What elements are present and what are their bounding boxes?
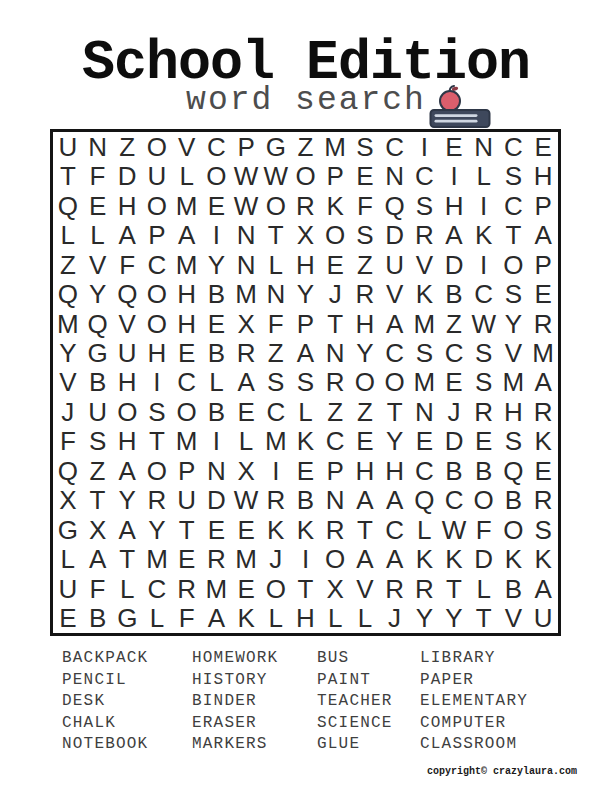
grid-cell[interactable]: L: [291, 397, 321, 426]
grid-cell[interactable]: E: [172, 545, 202, 574]
grid-cell[interactable]: S: [291, 368, 321, 397]
grid-cell[interactable]: G: [112, 604, 142, 633]
grid-cell[interactable]: C: [499, 132, 529, 161]
grid-cell[interactable]: C: [409, 456, 439, 485]
grid-cell[interactable]: K: [528, 427, 558, 456]
grid-cell[interactable]: S: [142, 397, 172, 426]
grid-cell[interactable]: E: [439, 132, 469, 161]
grid-cell[interactable]: Y: [112, 486, 142, 515]
grid-cell[interactable]: K: [469, 220, 499, 249]
grid-cell[interactable]: B: [83, 368, 113, 397]
grid-cell[interactable]: X: [231, 456, 261, 485]
grid-cell[interactable]: K: [231, 604, 261, 633]
grid-cell[interactable]: E: [409, 427, 439, 456]
grid-cell[interactable]: Z: [53, 250, 83, 279]
grid-cell[interactable]: K: [261, 515, 291, 544]
copyright-text: copyright© crazylaura.com: [427, 766, 577, 777]
grid-cell[interactable]: S: [469, 368, 499, 397]
word-list-item: SCIENCE: [317, 713, 420, 735]
grid-cell[interactable]: Y: [439, 604, 469, 633]
word-list-item: MARKERS: [192, 734, 317, 756]
grid-cell[interactable]: L: [83, 220, 113, 249]
grid-cell[interactable]: A: [380, 486, 410, 515]
grid-cell[interactable]: A: [202, 604, 232, 633]
grid-cell[interactable]: N: [231, 250, 261, 279]
grid-cell[interactable]: Z: [350, 250, 380, 279]
grid-cell[interactable]: O: [142, 456, 172, 485]
grid-cell[interactable]: O: [320, 220, 350, 249]
grid-cell[interactable]: I: [291, 545, 321, 574]
grid-cell[interactable]: F: [112, 250, 142, 279]
grid-cell[interactable]: V: [83, 250, 113, 279]
grid-cell[interactable]: B: [202, 338, 232, 367]
grid-cell[interactable]: T: [142, 427, 172, 456]
grid-cell[interactable]: L: [409, 515, 439, 544]
grid-cell[interactable]: T: [291, 574, 321, 603]
grid-cell[interactable]: P: [291, 309, 321, 338]
grid-cell[interactable]: S: [499, 279, 529, 308]
grid-cell[interactable]: C: [439, 486, 469, 515]
grid-cell[interactable]: A: [380, 309, 410, 338]
grid-cell[interactable]: B: [291, 486, 321, 515]
grid-cell[interactable]: G: [261, 132, 291, 161]
grid-cell[interactable]: X: [53, 486, 83, 515]
grid-cell[interactable]: E: [528, 456, 558, 485]
grid-cell[interactable]: O: [142, 191, 172, 220]
grid-cell[interactable]: M: [409, 368, 439, 397]
grid-cell[interactable]: A: [439, 220, 469, 249]
grid-cell[interactable]: M: [409, 309, 439, 338]
grid-cell[interactable]: C: [261, 397, 291, 426]
grid-cell[interactable]: F: [469, 515, 499, 544]
grid-cell[interactable]: A: [112, 515, 142, 544]
grid-cell[interactable]: M: [172, 191, 202, 220]
word-list-item: DESK: [62, 691, 192, 713]
grid-cell[interactable]: M: [172, 427, 202, 456]
grid-cell[interactable]: E: [291, 456, 321, 485]
grid-cell[interactable]: D: [380, 220, 410, 249]
grid-cell[interactable]: U: [112, 338, 142, 367]
grid-cell[interactable]: S: [83, 427, 113, 456]
grid-cell[interactable]: O: [320, 545, 350, 574]
grid-cell[interactable]: L: [172, 161, 202, 190]
grid-cell[interactable]: T: [83, 486, 113, 515]
grid-cell[interactable]: C: [380, 132, 410, 161]
grid-cell[interactable]: V: [53, 368, 83, 397]
grid-cell[interactable]: F: [172, 604, 202, 633]
grid-cell[interactable]: V: [499, 338, 529, 367]
grid-cell[interactable]: Z: [112, 132, 142, 161]
word-list: BACKPACKPENCILDESKCHALKNOTEBOOKHOMEWORKH…: [62, 648, 562, 756]
grid-cell[interactable]: M: [231, 545, 261, 574]
grid-cell[interactable]: F: [350, 191, 380, 220]
grid-cell[interactable]: Q: [499, 456, 529, 485]
grid-cell[interactable]: P: [320, 161, 350, 190]
word-list-item: ERASER: [192, 713, 317, 735]
grid-cell[interactable]: X: [291, 220, 321, 249]
grid-cell[interactable]: N: [202, 456, 232, 485]
grid-cell[interactable]: A: [291, 338, 321, 367]
grid-cell[interactable]: D: [439, 427, 469, 456]
grid-cell[interactable]: N: [261, 279, 291, 308]
grid-cell[interactable]: A: [380, 545, 410, 574]
grid-cell[interactable]: I: [439, 161, 469, 190]
grid-cell[interactable]: M: [261, 427, 291, 456]
grid-cell[interactable]: R: [469, 397, 499, 426]
grid-cell[interactable]: U: [172, 486, 202, 515]
word-list-item: HOMEWORK: [192, 648, 317, 670]
grid-cell[interactable]: R: [350, 279, 380, 308]
grid-cell[interactable]: V: [172, 132, 202, 161]
grid-cell[interactable]: S: [499, 427, 529, 456]
grid-cell[interactable]: R: [142, 486, 172, 515]
grid-cell[interactable]: O: [172, 397, 202, 426]
grid-cell[interactable]: W: [231, 191, 261, 220]
grid-cell[interactable]: H: [112, 427, 142, 456]
grid-cell[interactable]: H: [350, 456, 380, 485]
grid-cell[interactable]: H: [142, 338, 172, 367]
grid-cell[interactable]: K: [409, 279, 439, 308]
grid-cell[interactable]: A: [231, 368, 261, 397]
grid-cell[interactable]: T: [350, 515, 380, 544]
grid-cell[interactable]: H: [380, 456, 410, 485]
grid-cell[interactable]: Q: [409, 486, 439, 515]
grid-cell[interactable]: G: [83, 338, 113, 367]
grid-cell[interactable]: H: [350, 309, 380, 338]
grid-cell[interactable]: E: [83, 191, 113, 220]
grid-cell[interactable]: O: [142, 132, 172, 161]
grid-cell[interactable]: P: [172, 456, 202, 485]
grid-cell[interactable]: R: [320, 515, 350, 544]
grid-cell[interactable]: A: [350, 545, 380, 574]
grid-cell[interactable]: H: [528, 161, 558, 190]
grid-cell[interactable]: X: [231, 309, 261, 338]
grid-cell[interactable]: T: [439, 574, 469, 603]
grid-cell[interactable]: L: [469, 161, 499, 190]
grid-cell[interactable]: O: [202, 161, 232, 190]
grid-cell[interactable]: Z: [350, 397, 380, 426]
grid-cell[interactable]: E: [528, 132, 558, 161]
grid-cell[interactable]: M: [528, 338, 558, 367]
grid-cell[interactable]: Z: [261, 338, 291, 367]
grid-cell[interactable]: V: [350, 574, 380, 603]
grid-cell[interactable]: N: [469, 132, 499, 161]
grid-cell[interactable]: T: [380, 397, 410, 426]
grid-cell[interactable]: E: [231, 515, 261, 544]
grid-cell[interactable]: Z: [439, 309, 469, 338]
grid-cell[interactable]: D: [112, 161, 142, 190]
grid-cell[interactable]: C: [499, 191, 529, 220]
grid-cell[interactable]: H: [439, 191, 469, 220]
grid-cell[interactable]: R: [291, 191, 321, 220]
grid-cell[interactable]: U: [528, 604, 558, 633]
grid-cell[interactable]: H: [112, 191, 142, 220]
grid-cell[interactable]: S: [499, 161, 529, 190]
grid-cell[interactable]: S: [528, 515, 558, 544]
grid-cell[interactable]: N: [231, 220, 261, 249]
grid-cell[interactable]: I: [142, 368, 172, 397]
grid-cell[interactable]: D: [202, 486, 232, 515]
grid-cell[interactable]: H: [291, 604, 321, 633]
grid-cell[interactable]: M: [172, 250, 202, 279]
grid-cell[interactable]: H: [112, 368, 142, 397]
grid-cell[interactable]: P: [528, 250, 558, 279]
grid-cell[interactable]: H: [172, 279, 202, 308]
grid-cell[interactable]: E: [350, 427, 380, 456]
grid-cell[interactable]: C: [172, 368, 202, 397]
grid-cell[interactable]: E: [439, 368, 469, 397]
grid-cell[interactable]: R: [528, 309, 558, 338]
grid-cell[interactable]: N: [380, 161, 410, 190]
grid-cell[interactable]: F: [53, 427, 83, 456]
grid-cell[interactable]: O: [350, 368, 380, 397]
grid-cell[interactable]: P: [231, 132, 261, 161]
grid-cell[interactable]: T: [53, 161, 83, 190]
grid-cell[interactable]: B: [83, 604, 113, 633]
grid-cell[interactable]: L: [261, 250, 291, 279]
grid-cell[interactable]: E: [320, 250, 350, 279]
grid-cell[interactable]: H: [172, 309, 202, 338]
grid-cell[interactable]: B: [439, 456, 469, 485]
grid-cell[interactable]: Y: [83, 279, 113, 308]
grid-cell[interactable]: O: [261, 574, 291, 603]
grid-cell[interactable]: O: [112, 397, 142, 426]
grid-cell[interactable]: E: [528, 279, 558, 308]
grid-cell[interactable]: R: [172, 574, 202, 603]
grid-cell[interactable]: E: [53, 604, 83, 633]
grid-cell[interactable]: B: [469, 456, 499, 485]
grid-cell[interactable]: T: [172, 515, 202, 544]
grid-cell[interactable]: W: [261, 161, 291, 190]
grid-cell[interactable]: W: [439, 515, 469, 544]
grid-cell[interactable]: I: [469, 191, 499, 220]
grid-cell[interactable]: E: [231, 574, 261, 603]
grid-cell[interactable]: D: [439, 250, 469, 279]
grid-cell[interactable]: K: [291, 515, 321, 544]
grid-cell[interactable]: K: [291, 427, 321, 456]
grid-cell[interactable]: C: [469, 279, 499, 308]
grid-cell[interactable]: Y: [499, 309, 529, 338]
grid-cell[interactable]: E: [202, 191, 232, 220]
grid-cell[interactable]: C: [439, 338, 469, 367]
grid-cell[interactable]: Y: [409, 604, 439, 633]
grid-cell[interactable]: U: [142, 161, 172, 190]
grid-cell[interactable]: R: [261, 486, 291, 515]
grid-cell[interactable]: I: [409, 132, 439, 161]
grid-cell[interactable]: J: [261, 545, 291, 574]
grid-cell[interactable]: H: [291, 250, 321, 279]
grid-cell[interactable]: N: [320, 338, 350, 367]
grid-cell[interactable]: O: [499, 515, 529, 544]
grid-cell[interactable]: A: [172, 220, 202, 249]
grid-cell[interactable]: N: [320, 486, 350, 515]
grid-cell[interactable]: Q: [112, 279, 142, 308]
grid-cell[interactable]: R: [528, 486, 558, 515]
grid-cell[interactable]: T: [320, 309, 350, 338]
grid-cell[interactable]: Y: [53, 338, 83, 367]
grid-cell[interactable]: T: [469, 604, 499, 633]
grid-cell[interactable]: O: [142, 309, 172, 338]
grid-cell[interactable]: Q: [53, 191, 83, 220]
grid-cell[interactable]: M: [53, 309, 83, 338]
grid-cell[interactable]: Z: [320, 397, 350, 426]
grid-cell[interactable]: U: [380, 250, 410, 279]
grid-cell[interactable]: P: [528, 191, 558, 220]
grid-cell[interactable]: Q: [53, 279, 83, 308]
grid-cell[interactable]: A: [528, 220, 558, 249]
grid-cell[interactable]: M: [142, 545, 172, 574]
grid-cell[interactable]: M: [231, 279, 261, 308]
grid-cell[interactable]: Q: [380, 191, 410, 220]
grid-cell[interactable]: J: [380, 604, 410, 633]
grid-cell[interactable]: Y: [350, 338, 380, 367]
grid-cell[interactable]: G: [53, 515, 83, 544]
grid-cell[interactable]: N: [83, 132, 113, 161]
grid-cell[interactable]: L: [112, 574, 142, 603]
grid-cell[interactable]: I: [202, 427, 232, 456]
grid-cell[interactable]: Y: [202, 250, 232, 279]
grid-cell[interactable]: W: [469, 309, 499, 338]
grid-cell[interactable]: A: [528, 574, 558, 603]
grid-cell[interactable]: L: [202, 368, 232, 397]
grid-cell[interactable]: E: [350, 161, 380, 190]
grid-cell[interactable]: M: [320, 132, 350, 161]
grid-cell[interactable]: E: [202, 309, 232, 338]
grid-cell[interactable]: B: [439, 279, 469, 308]
grid-cell[interactable]: R: [320, 368, 350, 397]
grid-cell[interactable]: R: [380, 574, 410, 603]
grid-cell[interactable]: C: [380, 515, 410, 544]
grid-cell[interactable]: A: [112, 456, 142, 485]
grid-cell[interactable]: I: [261, 456, 291, 485]
grid-cell[interactable]: I: [469, 250, 499, 279]
word-list-column: BUSPAINTTEACHERSCIENCEGLUE: [317, 648, 420, 756]
grid-cell[interactable]: Z: [291, 132, 321, 161]
grid-cell[interactable]: T: [261, 220, 291, 249]
grid-cell[interactable]: D: [469, 545, 499, 574]
grid-cell[interactable]: S: [350, 220, 380, 249]
grid-cell[interactable]: I: [202, 220, 232, 249]
grid-cell[interactable]: P: [320, 456, 350, 485]
grid-cell[interactable]: L: [320, 604, 350, 633]
grid-cell[interactable]: L: [261, 604, 291, 633]
grid-cell[interactable]: O: [291, 161, 321, 190]
grid-cell[interactable]: R: [409, 220, 439, 249]
grid-cell[interactable]: V: [499, 604, 529, 633]
grid-cell[interactable]: F: [83, 574, 113, 603]
grid-cell[interactable]: C: [409, 161, 439, 190]
grid-cell[interactable]: U: [53, 132, 83, 161]
grid-cell[interactable]: L: [469, 574, 499, 603]
grid-cell[interactable]: C: [142, 574, 172, 603]
grid-cell[interactable]: J: [320, 279, 350, 308]
grid-cell[interactable]: R: [202, 545, 232, 574]
grid-cell[interactable]: Q: [53, 456, 83, 485]
grid-cell[interactable]: C: [202, 132, 232, 161]
grid-cell[interactable]: V: [380, 279, 410, 308]
grid-cell[interactable]: T: [112, 545, 142, 574]
grid-cell[interactable]: S: [261, 368, 291, 397]
grid-cell[interactable]: K: [439, 545, 469, 574]
grid-cell[interactable]: M: [202, 574, 232, 603]
grid-cell[interactable]: F: [261, 309, 291, 338]
grid-cell[interactable]: V: [112, 309, 142, 338]
grid-cell[interactable]: V: [409, 250, 439, 279]
word-list-item: HISTORY: [192, 670, 317, 692]
grid-cell[interactable]: L: [350, 604, 380, 633]
grid-cell[interactable]: L: [53, 545, 83, 574]
grid-cell[interactable]: S: [409, 191, 439, 220]
grid-cell[interactable]: K: [409, 545, 439, 574]
grid-cell[interactable]: C: [142, 250, 172, 279]
grid-cell[interactable]: O: [469, 486, 499, 515]
grid-cell[interactable]: L: [53, 220, 83, 249]
grid-cell[interactable]: Z: [83, 456, 113, 485]
grid-cell[interactable]: W: [231, 486, 261, 515]
grid-cell[interactable]: C: [320, 427, 350, 456]
grid-cell[interactable]: R: [409, 574, 439, 603]
grid-cell[interactable]: Y: [380, 427, 410, 456]
grid-cell[interactable]: A: [350, 486, 380, 515]
grid-cell[interactable]: S: [469, 338, 499, 367]
grid-cell[interactable]: E: [469, 427, 499, 456]
grid-cell[interactable]: A: [528, 368, 558, 397]
grid-cell[interactable]: S: [350, 132, 380, 161]
word-list-item: ELEMENTARY: [420, 691, 528, 713]
grid-cell[interactable]: K: [320, 191, 350, 220]
grid-cell[interactable]: O: [142, 279, 172, 308]
grid-cell[interactable]: A: [112, 220, 142, 249]
grid-cell[interactable]: O: [380, 368, 410, 397]
grid-cell[interactable]: B: [202, 279, 232, 308]
grid-cell[interactable]: L: [231, 427, 261, 456]
grid-cell[interactable]: W: [231, 161, 261, 190]
grid-cell[interactable]: S: [409, 338, 439, 367]
grid-cell[interactable]: B: [499, 574, 529, 603]
grid-cell[interactable]: H: [499, 397, 529, 426]
grid-cell[interactable]: A: [83, 545, 113, 574]
grid-cell[interactable]: U: [83, 397, 113, 426]
grid-cell[interactable]: E: [231, 397, 261, 426]
grid-cell[interactable]: O: [499, 250, 529, 279]
grid-cell[interactable]: E: [172, 338, 202, 367]
grid-cell[interactable]: L: [142, 604, 172, 633]
grid-cell[interactable]: M: [499, 368, 529, 397]
grid-cell[interactable]: O: [261, 191, 291, 220]
grid-cell[interactable]: B: [499, 486, 529, 515]
grid-cell[interactable]: T: [499, 220, 529, 249]
grid-cell[interactable]: C: [380, 338, 410, 367]
grid-cell[interactable]: R: [528, 397, 558, 426]
grid-cell[interactable]: R: [231, 338, 261, 367]
grid-cell[interactable]: J: [53, 397, 83, 426]
grid-cell[interactable]: Y: [142, 515, 172, 544]
grid-cell[interactable]: F: [83, 161, 113, 190]
grid-cell[interactable]: J: [439, 397, 469, 426]
grid-cell[interactable]: X: [320, 574, 350, 603]
grid-cell[interactable]: K: [528, 545, 558, 574]
grid-cell[interactable]: B: [202, 397, 232, 426]
grid-cell[interactable]: Q: [83, 309, 113, 338]
grid-cell[interactable]: E: [202, 515, 232, 544]
grid-cell[interactable]: N: [409, 397, 439, 426]
grid-cell[interactable]: X: [83, 515, 113, 544]
grid-cell[interactable]: Y: [291, 279, 321, 308]
word-list-item: BUS: [317, 648, 420, 670]
grid-cell[interactable]: K: [499, 545, 529, 574]
grid-cell[interactable]: U: [53, 574, 83, 603]
grid-cell[interactable]: P: [142, 220, 172, 249]
